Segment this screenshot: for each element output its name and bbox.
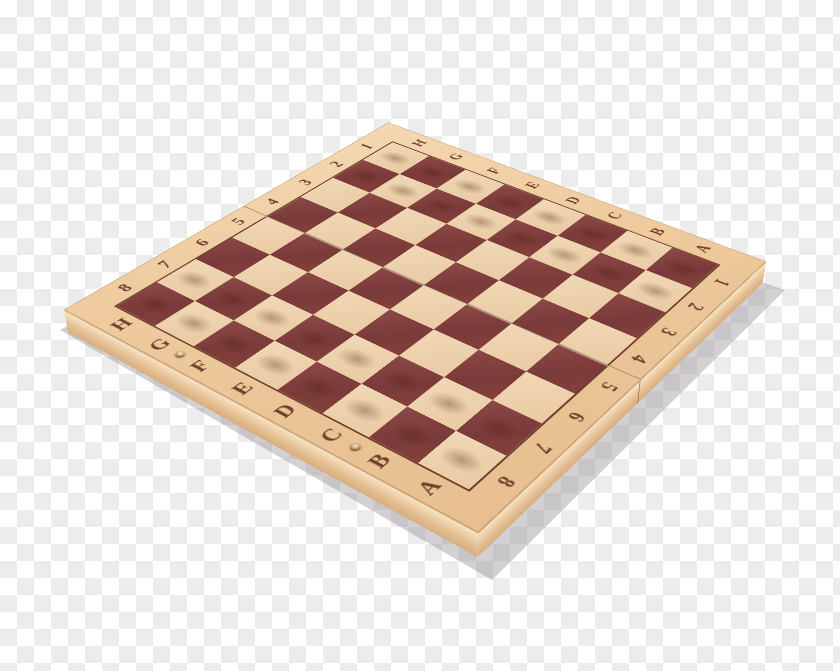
chess-board: HGFEDCBA HGFEDCBA 12345678 12345678 ♜♞♝♚… (64, 123, 766, 533)
board-grid: ♜♞♝♚♛♝♞♜♟♟♟♟♟♟♟♟♟♟♟♟♟♟♟♟♜♞♝♚♛♝♞♜ (117, 142, 718, 489)
rank-label: 8 (491, 472, 521, 490)
black-rook: ♜ (400, 332, 517, 463)
file-label: A (411, 476, 448, 500)
rook-glyph: ♜ (280, 332, 636, 463)
square-a2: ♟ (618, 270, 692, 313)
photo-stage: HGFEDCBA HGFEDCBA 12345678 12345678 ♜♞♝♚… (0, 0, 840, 671)
rank-label: 2 (682, 300, 708, 313)
white-pawn: ♟ (607, 192, 697, 293)
